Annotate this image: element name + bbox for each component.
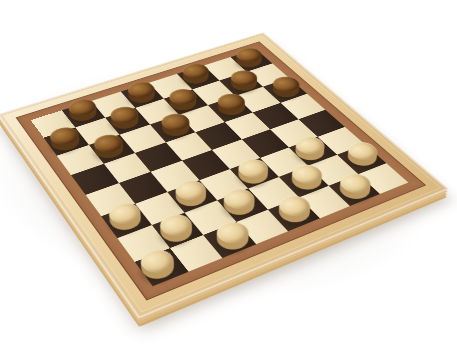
square-f4[interactable]: [241, 129, 288, 158]
light-piece[interactable]: [290, 140, 329, 164]
square-h2[interactable]: [337, 144, 386, 174]
light-piece[interactable]: [342, 146, 382, 170]
light-piece[interactable]: [136, 252, 179, 283]
dark-piece[interactable]: [157, 117, 194, 139]
dark-piece[interactable]: [232, 52, 266, 70]
light-piece[interactable]: [273, 199, 315, 226]
square-e3[interactable]: [230, 158, 279, 189]
dark-piece[interactable]: [213, 97, 249, 118]
light-piece[interactable]: [105, 206, 146, 234]
light-piece[interactable]: [155, 218, 197, 247]
photo-scene: [0, 0, 457, 350]
light-piece[interactable]: [211, 225, 254, 254]
light-piece[interactable]: [334, 177, 375, 203]
